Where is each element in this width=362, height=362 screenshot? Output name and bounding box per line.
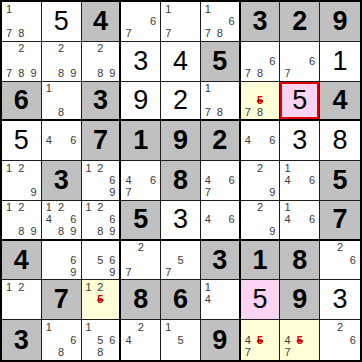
candidate-8	[294, 226, 306, 238]
candidate-5	[94, 55, 106, 67]
candidate-3	[28, 43, 40, 55]
given-digit: 5	[212, 48, 227, 75]
candidate-2	[94, 242, 106, 254]
cell-r9c8[interactable]: 457	[280, 320, 320, 360]
cell-r6c7[interactable]: 29	[241, 201, 281, 241]
placed-digit: 1	[333, 48, 348, 75]
candidate-8	[214, 306, 226, 318]
candidate-7: 7	[3, 67, 15, 79]
cell-r8c6[interactable]: 14	[201, 280, 241, 320]
cell-r8c9[interactable]: 3	[320, 280, 360, 320]
cell-r6c5[interactable]: 3	[161, 201, 201, 241]
candidate-5	[294, 174, 306, 186]
candidate-6: 6	[266, 135, 278, 147]
candidate-1	[242, 43, 254, 55]
candidate-4	[122, 254, 134, 266]
placed-digit: 2	[173, 87, 188, 114]
cell-r6c6[interactable]: 46	[201, 201, 241, 241]
cell-r8c8[interactable]: 9	[280, 280, 320, 320]
cell-r6c1[interactable]: 1289	[2, 201, 42, 241]
candidate-9	[28, 28, 40, 40]
candidate-7: 7	[202, 187, 214, 199]
cell-r8c5[interactable]: 6	[161, 280, 201, 320]
pencil-marks: 69	[43, 242, 80, 279]
pencil-marks: 12689	[83, 202, 119, 238]
candidate-3	[306, 162, 318, 174]
candidate-2	[55, 83, 67, 95]
cell-r9c6[interactable]: 9	[201, 320, 241, 360]
given-digit: 9	[333, 8, 348, 35]
candidate-5	[214, 214, 226, 226]
cell-r5c2[interactable]: 3	[42, 161, 82, 201]
given-digit: 7	[54, 286, 69, 313]
candidate-7	[321, 266, 334, 278]
candidate-4	[43, 254, 55, 266]
candidate-3	[28, 3, 40, 15]
candidate-8: 8	[15, 28, 27, 40]
given-digit: 5	[133, 206, 148, 233]
candidate-6	[187, 334, 199, 347]
candidate-7: 7	[242, 106, 254, 118]
candidate-7	[281, 187, 293, 199]
candidate-9	[266, 67, 278, 79]
cell-r5c9[interactable]: 5	[320, 161, 360, 201]
candidate-2	[294, 321, 306, 334]
candidate-9	[266, 346, 278, 359]
candidate-7	[83, 266, 95, 278]
cell-r7c1[interactable]: 4	[2, 241, 42, 281]
candidate-5	[55, 55, 67, 67]
candidate-2	[174, 3, 186, 15]
candidate-4	[3, 294, 15, 306]
candidate-9: 9	[67, 266, 79, 278]
candidate-3	[266, 162, 278, 174]
candidate-5	[15, 214, 27, 226]
pencil-marks: 129	[3, 162, 40, 199]
candidate-8	[294, 187, 306, 199]
candidate-8	[254, 187, 266, 199]
cell-r2c1[interactable]: 2789	[2, 42, 42, 82]
candidate-8: 8	[55, 346, 67, 359]
cell-r9c9[interactable]: 26	[320, 320, 360, 360]
candidate-3	[106, 281, 118, 293]
cell-r3c3[interactable]: 3	[82, 82, 122, 122]
candidate-2	[135, 3, 147, 15]
cell-r5c4[interactable]: 467	[121, 161, 161, 201]
candidate-1	[281, 43, 293, 55]
candidate-1	[122, 3, 134, 15]
candidate-6	[266, 94, 278, 106]
cell-r1c3[interactable]: 4	[82, 2, 122, 42]
cell-r4c2[interactable]: 46	[42, 121, 82, 161]
candidate-6: 6	[67, 254, 79, 266]
candidate-4	[3, 15, 15, 27]
pencil-marks: 12	[3, 281, 40, 318]
cell-r4c9[interactable]: 8	[320, 121, 360, 161]
candidate-5	[135, 254, 147, 266]
cell-r4c1[interactable]: 5	[2, 121, 42, 161]
pencil-marks: 27	[122, 242, 159, 279]
pencil-marks: 26	[321, 242, 359, 279]
candidate-5	[174, 15, 186, 27]
cell-r2c6[interactable]: 5	[201, 42, 241, 82]
pencil-marks: 1289	[3, 202, 40, 238]
cell-r1c6[interactable]: 1678	[201, 2, 241, 42]
candidate-7	[43, 67, 55, 79]
candidate-8: 8	[15, 67, 27, 79]
candidate-4	[162, 334, 174, 347]
candidate-4	[83, 334, 95, 347]
candidate-8: 8	[94, 226, 106, 238]
candidate-2: 2	[334, 321, 347, 334]
candidate-9: 9	[106, 67, 118, 79]
cell-r3c9[interactable]: 4	[320, 82, 360, 122]
candidate-1	[122, 162, 134, 174]
cell-r9c3[interactable]: 1568	[82, 320, 122, 360]
candidate-9	[226, 28, 238, 40]
candidate-4	[321, 254, 334, 266]
candidate-1	[3, 43, 15, 55]
candidate-3	[266, 321, 278, 334]
candidate-1	[122, 242, 134, 254]
candidate-3	[187, 321, 199, 334]
candidate-5	[334, 254, 347, 266]
candidate-4	[83, 55, 95, 67]
cell-r4c8[interactable]: 3	[280, 121, 320, 161]
candidate-2	[55, 321, 67, 334]
candidate-7	[83, 226, 95, 238]
cell-r3c7[interactable]: 578	[241, 82, 281, 122]
candidate-9	[226, 106, 238, 118]
cell-r2c9[interactable]: 1	[320, 42, 360, 82]
candidate-3	[306, 202, 318, 214]
candidate-7	[43, 266, 55, 278]
cell-r1c1[interactable]: 178	[2, 2, 42, 42]
candidate-1	[242, 202, 254, 214]
candidate-9: 9	[28, 187, 40, 199]
candidate-6	[266, 334, 278, 347]
cell-r1c4[interactable]: 67	[121, 2, 161, 42]
cell-r3c2[interactable]: 18	[42, 82, 82, 122]
cell-r7c2[interactable]: 69	[42, 241, 82, 281]
pencil-marks: 125	[83, 281, 119, 318]
cell-r3c1[interactable]: 6	[2, 82, 42, 122]
cell-r7c4[interactable]: 27	[121, 241, 161, 281]
candidate-7	[3, 306, 15, 318]
given-digit: 3	[253, 8, 268, 35]
pencil-marks: 1678	[202, 3, 238, 40]
candidate-5	[15, 174, 27, 186]
pencil-marks: 457	[281, 321, 318, 359]
candidate-2: 2	[94, 202, 106, 214]
candidate-9	[147, 187, 159, 199]
candidate-1	[202, 202, 214, 214]
placed-digit: 3	[173, 206, 188, 233]
candidate-4	[202, 94, 214, 106]
cell-r2c8[interactable]: 67	[280, 42, 320, 82]
candidate-8	[214, 187, 226, 199]
cell-r5c8[interactable]: 146	[280, 161, 320, 201]
cell-r6c8[interactable]: 146	[280, 201, 320, 241]
cell-r1c2[interactable]: 5	[42, 2, 82, 42]
candidate-2	[254, 122, 266, 134]
cell-r4c6[interactable]: 2	[201, 121, 241, 161]
candidate-1: 1	[202, 83, 214, 95]
candidate-3	[106, 202, 118, 214]
candidate-4	[43, 334, 55, 347]
candidate-5	[214, 174, 226, 186]
candidate-4	[43, 55, 55, 67]
cell-r2c5[interactable]: 4	[161, 42, 201, 82]
candidate-9	[306, 346, 318, 359]
cell-r3c8[interactable]: 5	[280, 82, 320, 122]
candidate-6: 6	[67, 214, 79, 226]
cell-r3c6[interactable]: 178	[201, 82, 241, 122]
candidate-7: 7	[122, 28, 134, 40]
pencil-marks: 67	[122, 3, 159, 40]
cell-r8c3[interactable]: 125	[82, 280, 122, 320]
cell-r3c4[interactable]: 9	[121, 82, 161, 122]
candidate-9	[346, 346, 359, 359]
cell-r7c8[interactable]: 8	[280, 241, 320, 281]
pencil-marks: 67	[281, 43, 318, 80]
candidate-1: 1	[43, 83, 55, 95]
pencil-marks: 57	[162, 242, 199, 279]
given-digit: 9	[212, 327, 227, 354]
candidate-4: 4	[281, 334, 293, 347]
cell-r7c9[interactable]: 26	[320, 241, 360, 281]
cell-r5c6[interactable]: 467	[201, 161, 241, 201]
pencil-marks: 289	[83, 43, 119, 80]
cell-r6c3[interactable]: 12689	[82, 201, 122, 241]
candidate-9	[226, 187, 238, 199]
candidate-5	[135, 174, 147, 186]
candidate-7	[43, 147, 55, 159]
cell-r7c7[interactable]: 1	[241, 241, 281, 281]
candidate-5: 5	[174, 254, 186, 266]
candidate-3	[346, 321, 359, 334]
candidate-4	[321, 334, 334, 347]
candidate-6	[106, 55, 118, 67]
cell-r1c5[interactable]: 17	[161, 2, 201, 42]
candidate-1	[321, 321, 334, 334]
candidate-2: 2	[15, 281, 27, 293]
placed-digit: 3	[133, 48, 148, 75]
candidate-5: 5	[94, 254, 106, 266]
candidate-6	[187, 254, 199, 266]
candidate-3	[106, 242, 118, 254]
pencil-marks: 467	[122, 162, 159, 199]
candidate-2	[254, 321, 266, 334]
cell-r3c5[interactable]: 2	[161, 82, 201, 122]
cell-r2c4[interactable]: 3	[121, 42, 161, 82]
candidate-8	[135, 187, 147, 199]
candidate-2: 2	[334, 242, 347, 254]
cell-r6c2[interactable]: 124689	[42, 201, 82, 241]
candidate-7	[202, 226, 214, 238]
candidate-4: 4	[43, 214, 55, 226]
pencil-marks: 146	[281, 162, 318, 199]
candidate-2	[174, 242, 186, 254]
candidate-3	[67, 43, 79, 55]
cell-r5c7[interactable]: 29	[241, 161, 281, 201]
cell-r8c4[interactable]: 8	[121, 280, 161, 320]
candidate-9	[306, 187, 318, 199]
cell-r1c7[interactable]: 3	[241, 2, 281, 42]
candidate-1: 1	[3, 202, 15, 214]
candidate-7: 7	[122, 266, 134, 278]
candidate-8	[94, 266, 106, 278]
pencil-marks: 2789	[3, 43, 40, 80]
cell-r2c2[interactable]: 289	[42, 42, 82, 82]
candidate-1: 1	[281, 162, 293, 174]
candidate-1: 1	[202, 281, 214, 293]
given-digit: 2	[212, 127, 227, 154]
candidate-8: 8	[94, 346, 106, 359]
candidate-5	[214, 294, 226, 306]
cell-r7c6[interactable]: 3	[201, 241, 241, 281]
candidate-1	[43, 43, 55, 55]
candidate-1	[202, 162, 214, 174]
candidate-6: 6	[106, 174, 118, 186]
candidate-5: 5	[294, 334, 306, 347]
given-digit: 5	[333, 167, 348, 194]
candidate-8	[94, 306, 106, 318]
candidate-9	[147, 346, 159, 359]
candidate-4: 4	[202, 214, 214, 226]
cell-r4c4[interactable]: 1	[121, 121, 161, 161]
candidate-8	[334, 346, 347, 359]
given-digit: 6	[173, 286, 188, 313]
cell-r5c1[interactable]: 129	[2, 161, 42, 201]
cell-r9c2[interactable]: 168	[42, 320, 82, 360]
candidate-1	[83, 43, 95, 55]
candidate-3	[306, 43, 318, 55]
cell-r7c5[interactable]: 57	[161, 241, 201, 281]
candidate-8: 8	[214, 28, 226, 40]
cell-r1c8[interactable]: 2	[280, 2, 320, 42]
candidate-7	[83, 67, 95, 79]
cell-r2c7[interactable]: 678	[241, 42, 281, 82]
candidate-2: 2	[135, 242, 147, 254]
pencil-marks: 29	[242, 162, 279, 199]
candidate-7	[122, 346, 134, 359]
candidate-2	[174, 321, 186, 334]
placed-digit: 5	[253, 286, 268, 313]
cell-r7c3[interactable]: 569	[82, 241, 122, 281]
cell-r9c1[interactable]: 3	[2, 320, 42, 360]
candidate-2	[254, 83, 266, 95]
candidate-8	[174, 28, 186, 40]
candidate-4: 4	[122, 174, 134, 186]
candidate-3	[147, 162, 159, 174]
candidate-4: 4	[43, 135, 55, 147]
cell-r6c9[interactable]: 7	[320, 201, 360, 241]
cell-r8c1[interactable]: 12	[2, 280, 42, 320]
cell-r1c9[interactable]: 9	[320, 2, 360, 42]
candidate-1: 1	[202, 3, 214, 15]
candidate-1	[83, 242, 95, 254]
candidate-4	[3, 55, 15, 67]
cell-r9c5[interactable]: 15	[161, 320, 201, 360]
candidate-6	[67, 94, 79, 106]
pencil-marks: 18	[43, 83, 80, 119]
candidate-5	[94, 214, 106, 226]
cell-r4c3[interactable]: 7	[82, 121, 122, 161]
placed-digit: 9	[133, 87, 148, 114]
candidate-9	[147, 266, 159, 278]
candidate-2: 2	[94, 281, 106, 293]
candidate-3	[28, 162, 40, 174]
given-digit: 9	[292, 286, 307, 313]
pencil-marks: 124689	[43, 202, 80, 238]
candidate-3	[226, 3, 238, 15]
cell-r8c7[interactable]: 5	[241, 280, 281, 320]
candidate-2	[214, 162, 226, 174]
candidate-3	[306, 321, 318, 334]
candidate-4	[83, 294, 95, 306]
candidate-7: 7	[3, 28, 15, 40]
candidate-3	[266, 43, 278, 55]
candidate-2	[294, 162, 306, 174]
cell-r2c3[interactable]: 289	[82, 42, 122, 82]
candidate-2: 2	[15, 162, 27, 174]
cell-r6c4[interactable]: 5	[121, 201, 161, 241]
candidate-7: 7	[242, 67, 254, 79]
candidate-7	[83, 346, 95, 359]
candidate-2: 2	[254, 162, 266, 174]
candidate-1: 1	[83, 162, 95, 174]
candidate-9	[67, 106, 79, 118]
cell-r8c2[interactable]: 7	[42, 280, 82, 320]
cell-r9c4[interactable]: 24	[121, 320, 161, 360]
candidate-8	[294, 346, 306, 359]
cell-r5c3[interactable]: 1269	[82, 161, 122, 201]
candidate-6	[28, 15, 40, 27]
candidate-9: 9	[28, 67, 40, 79]
candidate-5	[254, 135, 266, 147]
candidate-1	[242, 122, 254, 134]
given-digit: 3	[212, 247, 227, 274]
candidate-7	[43, 346, 55, 359]
cell-r5c5[interactable]: 8	[161, 161, 201, 201]
candidate-5	[135, 334, 147, 347]
candidate-7: 7	[122, 187, 134, 199]
candidate-9	[226, 226, 238, 238]
candidate-1	[43, 242, 55, 254]
candidate-7: 7	[162, 28, 174, 40]
candidate-5: 5	[94, 294, 106, 306]
cell-r4c7[interactable]: 46	[241, 121, 281, 161]
candidate-3	[226, 162, 238, 174]
candidate-7	[242, 226, 254, 238]
candidate-4: 4	[281, 214, 293, 226]
pencil-marks: 678	[242, 43, 279, 80]
candidate-3	[266, 202, 278, 214]
candidate-1: 1	[43, 321, 55, 334]
cell-r9c7[interactable]: 457	[241, 320, 281, 360]
candidate-5	[15, 55, 27, 67]
cell-r4c5[interactable]: 9	[161, 121, 201, 161]
candidate-4	[202, 15, 214, 27]
candidate-5	[15, 15, 27, 27]
pencil-marks: 46	[43, 122, 80, 159]
candidate-6	[266, 174, 278, 186]
candidate-6	[28, 55, 40, 67]
candidate-7: 7	[281, 67, 293, 79]
candidate-4: 4	[122, 334, 134, 347]
candidate-6: 6	[266, 55, 278, 67]
